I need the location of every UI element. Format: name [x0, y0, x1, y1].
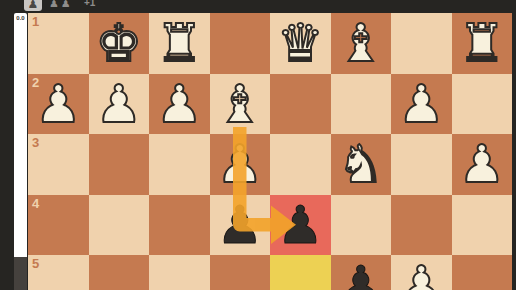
- square-b1[interactable]: [391, 13, 452, 74]
- square-e2[interactable]: ♝: [210, 74, 271, 135]
- pawn-avatar-icon: ♟: [28, 0, 39, 10]
- square-f3[interactable]: [149, 134, 210, 195]
- square-h1[interactable]: 1: [28, 13, 89, 74]
- white-queen-d1[interactable]: ♛: [270, 13, 331, 74]
- square-a1[interactable]: ♜: [452, 13, 513, 74]
- white-king-g1[interactable]: ♚: [89, 13, 150, 74]
- square-b3[interactable]: [391, 134, 452, 195]
- square-a4[interactable]: [452, 195, 513, 256]
- white-bishop-e2[interactable]: ♝: [210, 74, 271, 135]
- player-bar: ♟ ♟♟ +1: [0, 0, 516, 13]
- square-d1[interactable]: ♛: [270, 13, 331, 74]
- white-pawn-b5[interactable]: ♟: [391, 255, 452, 290]
- white-pawn-f2[interactable]: ♟: [149, 74, 210, 135]
- black-pawn-c5[interactable]: ♟: [331, 255, 392, 290]
- square-b5[interactable]: ♟: [391, 255, 452, 290]
- square-f4[interactable]: [149, 195, 210, 256]
- white-pawn-b2[interactable]: ♟: [391, 74, 452, 135]
- eval-white-portion: 0.0: [14, 13, 27, 257]
- square-a5[interactable]: [452, 255, 513, 290]
- square-f1[interactable]: ♜: [149, 13, 210, 74]
- black-pawn-e4[interactable]: ♟: [210, 195, 271, 256]
- square-e1[interactable]: [210, 13, 271, 74]
- white-pawn-g2[interactable]: ♟: [89, 74, 150, 135]
- square-c5[interactable]: ♟: [331, 255, 392, 290]
- square-d3[interactable]: [270, 134, 331, 195]
- rank-label-4: 4: [32, 196, 39, 211]
- chess-board[interactable]: 1♚♜♛♝♜2♟♟♟♝♟3♟♞♟4♟♟5♟♟: [28, 13, 512, 290]
- square-b2[interactable]: ♟: [391, 74, 452, 135]
- square-e4[interactable]: ♟: [210, 195, 271, 256]
- captured-pieces-icons: ♟♟: [49, 0, 73, 10]
- square-c4[interactable]: [331, 195, 392, 256]
- player-avatar[interactable]: ♟: [24, 0, 42, 11]
- square-g5[interactable]: [89, 255, 150, 290]
- square-g3[interactable]: [89, 134, 150, 195]
- evaluation-bar: 0.0: [14, 13, 27, 290]
- white-rook-a1[interactable]: ♜: [452, 13, 513, 74]
- square-e3[interactable]: ♟: [210, 134, 271, 195]
- square-g2[interactable]: ♟: [89, 74, 150, 135]
- square-a3[interactable]: ♟: [452, 134, 513, 195]
- square-e5[interactable]: [210, 255, 271, 290]
- white-bishop-c1[interactable]: ♝: [331, 13, 392, 74]
- square-f5[interactable]: [149, 255, 210, 290]
- square-c1[interactable]: ♝: [331, 13, 392, 74]
- eval-score: 0.0: [14, 15, 27, 21]
- white-pawn-a3[interactable]: ♟: [452, 134, 513, 195]
- square-a2[interactable]: [452, 74, 513, 135]
- material-advantage-badge: +1: [84, 0, 95, 8]
- black-pawn-d4[interactable]: ♟: [270, 195, 331, 256]
- square-f2[interactable]: ♟: [149, 74, 210, 135]
- rank-label-3: 3: [32, 135, 39, 150]
- square-c3[interactable]: ♞: [331, 134, 392, 195]
- square-d5[interactable]: [270, 255, 331, 290]
- square-d2[interactable]: [270, 74, 331, 135]
- white-knight-c3[interactable]: ♞: [331, 134, 392, 195]
- square-h3[interactable]: 3: [28, 134, 89, 195]
- square-g1[interactable]: ♚: [89, 13, 150, 74]
- rank-label-5: 5: [32, 256, 39, 271]
- square-h2[interactable]: 2♟: [28, 74, 89, 135]
- square-b4[interactable]: [391, 195, 452, 256]
- eval-black-portion: [14, 257, 27, 290]
- square-h4[interactable]: 4: [28, 195, 89, 256]
- square-g4[interactable]: [89, 195, 150, 256]
- square-d4[interactable]: ♟: [270, 195, 331, 256]
- square-h5[interactable]: 5: [28, 255, 89, 290]
- white-pawn-h2[interactable]: ♟: [28, 74, 89, 135]
- white-rook-f1[interactable]: ♜: [149, 13, 210, 74]
- rank-label-1: 1: [32, 14, 39, 29]
- white-pawn-e3[interactable]: ♟: [210, 134, 271, 195]
- square-c2[interactable]: [331, 74, 392, 135]
- board-squares: 1♚♜♛♝♜2♟♟♟♝♟3♟♞♟4♟♟5♟♟: [28, 13, 512, 290]
